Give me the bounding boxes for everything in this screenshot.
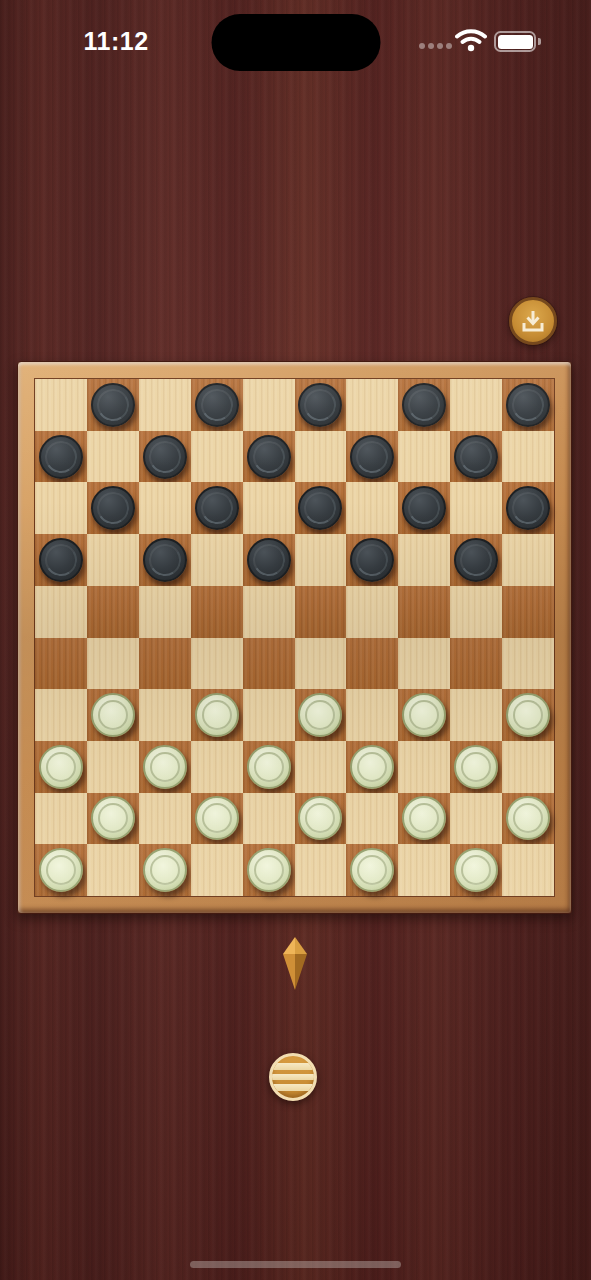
black-piece[interactable]: [91, 383, 135, 427]
black-piece[interactable]: [298, 486, 342, 530]
square-r9c10[interactable]: [502, 793, 554, 845]
square-r4c1[interactable]: [35, 534, 87, 586]
square-r3c5[interactable]: [243, 482, 295, 534]
square-r3c6[interactable]: [295, 482, 347, 534]
square-r8c9[interactable]: [450, 741, 502, 793]
square-r7c5[interactable]: [243, 689, 295, 741]
signal-dot: [419, 43, 425, 49]
menu-stripe: [272, 1074, 314, 1081]
square-r2c3[interactable]: [139, 431, 191, 483]
square-r8c1[interactable]: [35, 741, 87, 793]
black-piece[interactable]: [506, 486, 550, 530]
square-r4c3[interactable]: [139, 534, 191, 586]
menu-stripe: [272, 1084, 314, 1091]
black-piece[interactable]: [39, 538, 83, 582]
status-bar: 11:12: [0, 0, 591, 72]
white-piece[interactable]: [506, 693, 550, 737]
square-r4c2[interactable]: [87, 534, 139, 586]
white-piece[interactable]: [506, 796, 550, 840]
square-r10c10[interactable]: [502, 844, 554, 896]
square-r7c4[interactable]: [191, 689, 243, 741]
white-piece[interactable]: [247, 745, 291, 789]
square-r3c2[interactable]: [87, 482, 139, 534]
menu-button[interactable]: [269, 1053, 317, 1101]
square-r8c8[interactable]: [398, 741, 450, 793]
square-r3c4[interactable]: [191, 482, 243, 534]
square-r9c7[interactable]: [346, 793, 398, 845]
square-r2c4[interactable]: [191, 431, 243, 483]
black-piece[interactable]: [143, 538, 187, 582]
square-r1c9[interactable]: [450, 379, 502, 431]
black-piece[interactable]: [298, 383, 342, 427]
square-r5c3[interactable]: [139, 586, 191, 638]
square-r3c7[interactable]: [346, 482, 398, 534]
black-piece[interactable]: [143, 435, 187, 479]
black-piece[interactable]: [91, 486, 135, 530]
square-r6c1[interactable]: [35, 638, 87, 690]
square-r6c9[interactable]: [450, 638, 502, 690]
white-piece[interactable]: [247, 848, 291, 892]
square-r1c7[interactable]: [346, 379, 398, 431]
square-r4c5[interactable]: [243, 534, 295, 586]
square-r10c7[interactable]: [346, 844, 398, 896]
square-r10c4[interactable]: [191, 844, 243, 896]
square-r5c1[interactable]: [35, 586, 87, 638]
square-r4c9[interactable]: [450, 534, 502, 586]
square-r1c5[interactable]: [243, 379, 295, 431]
square-r9c8[interactable]: [398, 793, 450, 845]
square-r2c5[interactable]: [243, 431, 295, 483]
square-r9c3[interactable]: [139, 793, 191, 845]
square-r5c8[interactable]: [398, 586, 450, 638]
square-r7c3[interactable]: [139, 689, 191, 741]
square-r2c10[interactable]: [502, 431, 554, 483]
square-r8c5[interactable]: [243, 741, 295, 793]
square-r3c8[interactable]: [398, 482, 450, 534]
square-r6c6[interactable]: [295, 638, 347, 690]
square-r5c9[interactable]: [450, 586, 502, 638]
square-r5c4[interactable]: [191, 586, 243, 638]
square-r6c4[interactable]: [191, 638, 243, 690]
menu-stripe: [272, 1063, 314, 1070]
square-r9c5[interactable]: [243, 793, 295, 845]
checkers-board-frame: [17, 361, 572, 914]
checkers-board: [34, 378, 555, 897]
wifi-icon: [455, 29, 487, 56]
black-piece[interactable]: [402, 383, 446, 427]
signal-dot: [437, 43, 443, 49]
square-r7c1[interactable]: [35, 689, 87, 741]
black-piece[interactable]: [195, 383, 239, 427]
square-r6c7[interactable]: [346, 638, 398, 690]
white-piece[interactable]: [91, 796, 135, 840]
black-piece[interactable]: [247, 538, 291, 582]
square-r10c8[interactable]: [398, 844, 450, 896]
square-r8c10[interactable]: [502, 741, 554, 793]
signal-dot: [428, 43, 434, 49]
square-r2c8[interactable]: [398, 431, 450, 483]
square-r10c5[interactable]: [243, 844, 295, 896]
square-r2c6[interactable]: [295, 431, 347, 483]
square-r8c6[interactable]: [295, 741, 347, 793]
white-piece[interactable]: [143, 745, 187, 789]
square-r1c3[interactable]: [139, 379, 191, 431]
black-piece[interactable]: [39, 435, 83, 479]
white-piece[interactable]: [350, 745, 394, 789]
square-r5c6[interactable]: [295, 586, 347, 638]
square-r8c4[interactable]: [191, 741, 243, 793]
square-r5c7[interactable]: [346, 586, 398, 638]
square-r6c3[interactable]: [139, 638, 191, 690]
square-r1c10[interactable]: [502, 379, 554, 431]
black-piece[interactable]: [454, 435, 498, 479]
square-r10c9[interactable]: [450, 844, 502, 896]
square-r10c6[interactable]: [295, 844, 347, 896]
white-piece[interactable]: [298, 796, 342, 840]
square-r6c8[interactable]: [398, 638, 450, 690]
black-piece[interactable]: [247, 435, 291, 479]
cellular-signal-dots-icon: [419, 43, 452, 49]
square-r7c6[interactable]: [295, 689, 347, 741]
black-piece[interactable]: [506, 383, 550, 427]
square-r9c6[interactable]: [295, 793, 347, 845]
black-piece[interactable]: [454, 538, 498, 582]
battery-nub: [538, 38, 541, 45]
square-r3c10[interactable]: [502, 482, 554, 534]
square-r6c2[interactable]: [87, 638, 139, 690]
square-r10c3[interactable]: [139, 844, 191, 896]
square-r9c1[interactable]: [35, 793, 87, 845]
white-piece[interactable]: [402, 693, 446, 737]
square-r4c6[interactable]: [295, 534, 347, 586]
square-r1c1[interactable]: [35, 379, 87, 431]
battery-charge-level: [498, 35, 533, 49]
white-piece[interactable]: [91, 693, 135, 737]
square-r6c5[interactable]: [243, 638, 295, 690]
square-r7c8[interactable]: [398, 689, 450, 741]
square-r8c2[interactable]: [87, 741, 139, 793]
square-r9c4[interactable]: [191, 793, 243, 845]
square-r7c2[interactable]: [87, 689, 139, 741]
white-piece[interactable]: [195, 796, 239, 840]
battery-icon: [494, 31, 542, 52]
white-piece[interactable]: [195, 693, 239, 737]
white-piece[interactable]: [402, 796, 446, 840]
square-r4c8[interactable]: [398, 534, 450, 586]
black-piece[interactable]: [350, 538, 394, 582]
square-r5c2[interactable]: [87, 586, 139, 638]
white-piece[interactable]: [454, 745, 498, 789]
square-r8c7[interactable]: [346, 741, 398, 793]
square-r2c9[interactable]: [450, 431, 502, 483]
white-piece[interactable]: [143, 848, 187, 892]
square-r2c7[interactable]: [346, 431, 398, 483]
square-r2c2[interactable]: [87, 431, 139, 483]
white-piece[interactable]: [39, 848, 83, 892]
square-r4c4[interactable]: [191, 534, 243, 586]
square-r1c2[interactable]: [87, 379, 139, 431]
turn-indicator-arrow-icon: [283, 937, 307, 990]
white-piece[interactable]: [350, 848, 394, 892]
dynamic-island: [211, 14, 380, 71]
square-r6c10[interactable]: [502, 638, 554, 690]
square-r9c9[interactable]: [450, 793, 502, 845]
square-r1c8[interactable]: [398, 379, 450, 431]
square-r10c1[interactable]: [35, 844, 87, 896]
black-piece[interactable]: [350, 435, 394, 479]
white-piece[interactable]: [298, 693, 342, 737]
home-indicator[interactable]: [190, 1261, 401, 1268]
square-r7c9[interactable]: [450, 689, 502, 741]
white-piece[interactable]: [39, 745, 83, 789]
square-r3c1[interactable]: [35, 482, 87, 534]
download-button[interactable]: [509, 297, 557, 345]
black-piece[interactable]: [402, 486, 446, 530]
square-r1c4[interactable]: [191, 379, 243, 431]
square-r3c3[interactable]: [139, 482, 191, 534]
square-r8c3[interactable]: [139, 741, 191, 793]
square-r5c10[interactable]: [502, 586, 554, 638]
signal-dot: [446, 43, 452, 49]
square-r1c6[interactable]: [295, 379, 347, 431]
square-r3c9[interactable]: [450, 482, 502, 534]
square-r5c5[interactable]: [243, 586, 295, 638]
square-r10c2[interactable]: [87, 844, 139, 896]
white-piece[interactable]: [454, 848, 498, 892]
square-r4c10[interactable]: [502, 534, 554, 586]
clock-time: 11:12: [78, 27, 154, 56]
download-icon: [520, 308, 546, 334]
black-piece[interactable]: [195, 486, 239, 530]
square-r7c7[interactable]: [346, 689, 398, 741]
square-r4c7[interactable]: [346, 534, 398, 586]
square-r2c1[interactable]: [35, 431, 87, 483]
square-r9c2[interactable]: [87, 793, 139, 845]
square-r7c10[interactable]: [502, 689, 554, 741]
